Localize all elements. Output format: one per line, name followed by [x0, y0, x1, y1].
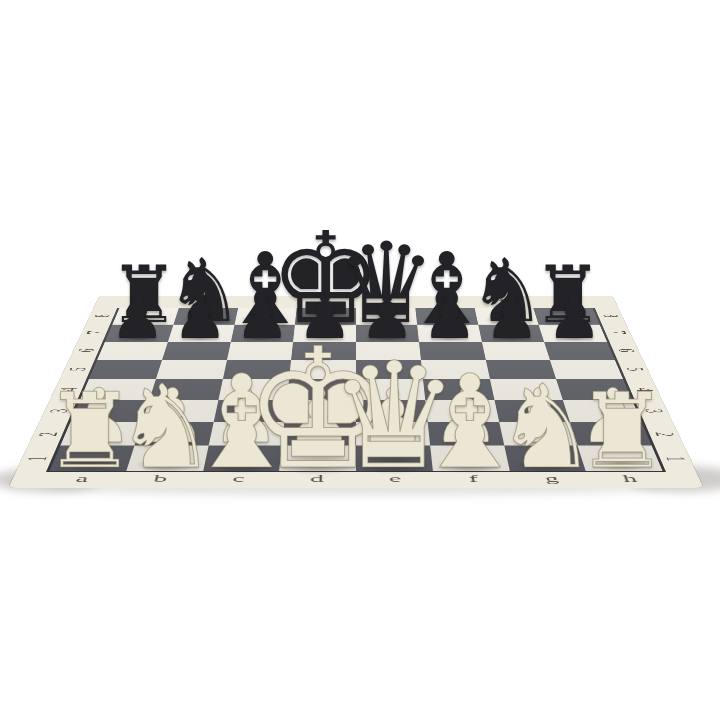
pieces-layer: ♜♞♝♚♛♝♞♜♟♟♟♟♟♟♟♟♟♟♟♟♟♟♟♟♜♞♝♚♛♝♞♜ [0, 0, 720, 720]
piece-black-pawn-a7[interactable]: ♟ [110, 287, 165, 349]
photo-stage: aabbccddeeffgghh1122334455667788 ♜♞♝♚♛♝♞… [0, 0, 720, 720]
piece-white-rook-h1[interactable]: ♜ [576, 380, 669, 484]
piece-black-pawn-h7[interactable]: ♟ [547, 287, 602, 349]
piece-black-pawn-g7[interactable]: ♟ [484, 287, 539, 349]
piece-black-pawn-b7[interactable]: ♟ [172, 287, 227, 349]
